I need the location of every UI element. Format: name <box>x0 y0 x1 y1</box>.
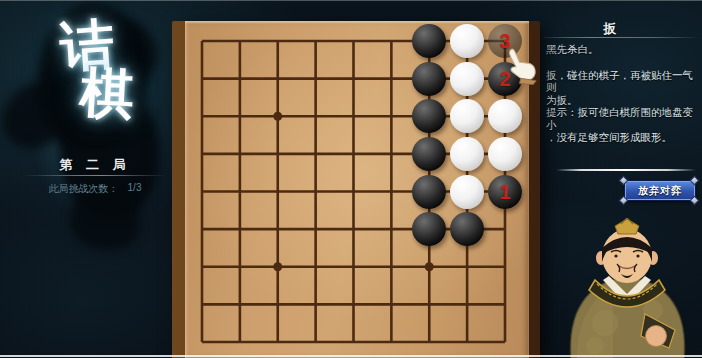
challenge-counter: 此局挑战次数： 1/3 <box>20 182 170 196</box>
objective-line: 黑先杀白。 <box>546 43 700 56</box>
window-bottom-border <box>0 355 702 357</box>
black-stone <box>412 24 446 58</box>
black-stone <box>412 62 446 96</box>
go-board[interactable]: 321 <box>172 21 540 358</box>
white-stone <box>450 62 484 96</box>
lesson-text: 黑先杀白。 扳，碰住的棋子，再被贴住一气则 为扳。 提示：扳可使白棋所围的地盘变… <box>546 43 700 144</box>
move-number-label: 1 <box>499 182 510 202</box>
white-stone <box>488 99 522 133</box>
hand-cursor-icon <box>505 46 539 86</box>
right-panel: 扳 黑先杀白。 扳，碰住的棋子，再被贴住一气则 为扳。 提示：扳可使白棋所围的地… <box>540 0 702 358</box>
window-top-border <box>0 0 702 1</box>
black-stone <box>412 175 446 209</box>
calligraphy-title-char: 棋 <box>79 65 136 122</box>
black-stone <box>412 137 446 171</box>
button-corner-ornament <box>690 196 700 206</box>
hint-line: 提示：扳可使白棋所围的地盘变小 <box>546 106 700 131</box>
title-divider <box>544 37 700 38</box>
black-stone: 1 <box>488 175 522 209</box>
challenge-value: 1/3 <box>128 182 142 196</box>
stones-layer: 321 <box>172 21 540 358</box>
decorative-blade-line <box>556 169 696 171</box>
stage-label: 第 二 局 <box>10 156 180 174</box>
hint-line: ，没有足够空间形成眼形。 <box>546 131 700 144</box>
game-window: 诘 棋 第 二 局 此局挑战次数： 1/3 321 扳 黑先杀白。 扳，碰住的棋… <box>0 0 702 358</box>
lesson-line: 为扳。 <box>546 94 700 107</box>
white-stone <box>450 175 484 209</box>
white-stone <box>488 137 522 171</box>
challenge-label: 此局挑战次数： <box>49 182 119 196</box>
resign-button[interactable]: 放弃对弈 <box>624 180 696 201</box>
lesson-line: 扳，碰住的棋子，再被贴住一气则 <box>546 69 700 94</box>
left-panel: 诘 棋 第 二 局 此局挑战次数： 1/3 <box>0 0 172 358</box>
black-stone <box>412 212 446 246</box>
emperor-character-illustration <box>553 218 702 358</box>
white-stone <box>450 24 484 58</box>
left-divider <box>24 175 166 176</box>
black-stone <box>412 99 446 133</box>
lesson-title: 扳 <box>545 20 675 38</box>
white-stone <box>450 137 484 171</box>
white-stone <box>450 99 484 133</box>
black-stone <box>450 212 484 246</box>
